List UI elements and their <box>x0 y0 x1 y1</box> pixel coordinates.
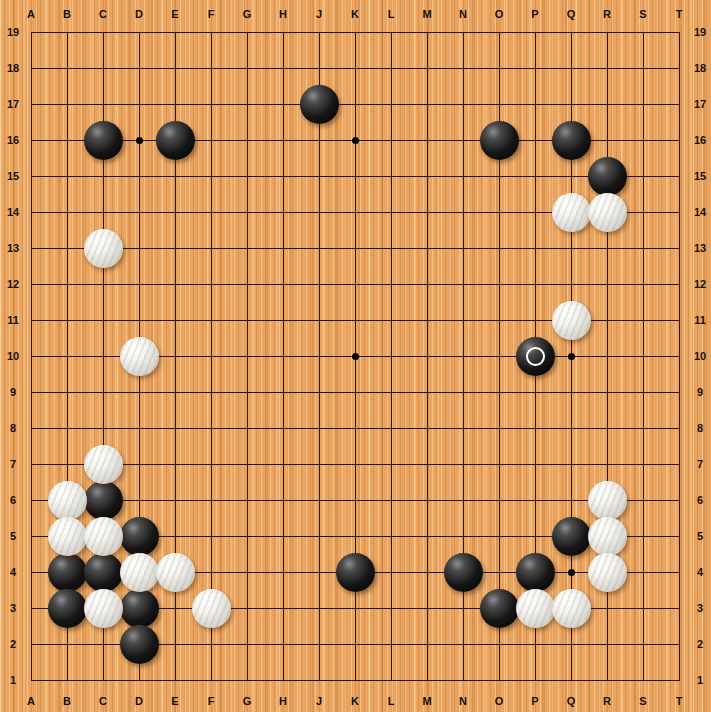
column-label-top: M <box>422 9 431 20</box>
column-label-top: P <box>531 9 538 20</box>
column-label-bottom: P <box>531 696 538 707</box>
row-label-left: 5 <box>10 531 16 542</box>
black-stone-O16 <box>480 121 519 160</box>
black-stone-Q16 <box>552 121 591 160</box>
column-label-bottom: J <box>316 696 322 707</box>
go-board[interactable]: AABBCCDDEEFFGGHHJJKKLLMMNNOOPPQQRRSSTT19… <box>0 0 711 712</box>
row-label-right: 12 <box>694 279 706 290</box>
column-label-bottom: R <box>603 696 611 707</box>
column-label-top: J <box>316 9 322 20</box>
row-label-right: 14 <box>694 207 706 218</box>
white-stone-D4 <box>120 553 159 592</box>
column-label-bottom: A <box>27 696 35 707</box>
column-label-top: K <box>351 9 359 20</box>
row-label-left: 10 <box>7 351 19 362</box>
row-label-left: 17 <box>7 99 19 110</box>
column-label-bottom: F <box>208 696 215 707</box>
star-point <box>352 137 359 144</box>
white-stone-E4 <box>156 553 195 592</box>
row-label-right: 11 <box>694 315 706 326</box>
black-stone-P4 <box>516 553 555 592</box>
row-label-right: 19 <box>694 27 706 38</box>
row-label-right: 4 <box>697 567 703 578</box>
column-label-top: N <box>459 9 467 20</box>
black-stone-C4 <box>84 553 123 592</box>
row-label-right: 16 <box>694 135 706 146</box>
row-label-left: 15 <box>7 171 19 182</box>
black-stone-J17 <box>300 85 339 124</box>
column-label-top: H <box>279 9 287 20</box>
black-stone-R15 <box>588 157 627 196</box>
row-label-left: 11 <box>7 315 19 326</box>
black-stone-P10 <box>516 337 555 376</box>
black-stone-K4 <box>336 553 375 592</box>
row-label-right: 9 <box>697 387 703 398</box>
row-label-left: 4 <box>10 567 16 578</box>
row-label-left: 8 <box>10 423 16 434</box>
column-label-top: G <box>243 9 252 20</box>
column-label-bottom: D <box>135 696 143 707</box>
black-stone-D3 <box>120 589 159 628</box>
row-label-left: 14 <box>7 207 19 218</box>
star-point <box>352 353 359 360</box>
white-stone-D10 <box>120 337 159 376</box>
row-label-right: 2 <box>697 639 703 650</box>
white-stone-F3 <box>192 589 231 628</box>
white-stone-Q11 <box>552 301 591 340</box>
column-label-top: A <box>27 9 35 20</box>
black-stone-N4 <box>444 553 483 592</box>
column-label-bottom: B <box>63 696 71 707</box>
white-stone-C7 <box>84 445 123 484</box>
last-move-marker <box>526 347 545 366</box>
column-label-top: D <box>135 9 143 20</box>
row-label-left: 3 <box>10 603 16 614</box>
row-label-right: 8 <box>697 423 703 434</box>
white-stone-Q14 <box>552 193 591 232</box>
column-label-top: L <box>388 9 395 20</box>
white-stone-B5 <box>48 517 87 556</box>
row-label-left: 12 <box>7 279 19 290</box>
column-label-bottom: S <box>639 696 646 707</box>
row-label-right: 10 <box>694 351 706 362</box>
white-stone-C13 <box>84 229 123 268</box>
white-stone-R14 <box>588 193 627 232</box>
white-stone-R4 <box>588 553 627 592</box>
black-stone-O3 <box>480 589 519 628</box>
column-label-bottom: N <box>459 696 467 707</box>
black-stone-E16 <box>156 121 195 160</box>
row-label-left: 6 <box>10 495 16 506</box>
column-label-bottom: M <box>422 696 431 707</box>
star-point <box>136 137 143 144</box>
white-stone-P3 <box>516 589 555 628</box>
column-label-top: E <box>171 9 178 20</box>
column-label-bottom: G <box>243 696 252 707</box>
black-stone-C6 <box>84 481 123 520</box>
row-label-right: 17 <box>694 99 706 110</box>
row-label-left: 1 <box>10 675 16 686</box>
column-label-top: T <box>676 9 683 20</box>
column-label-bottom: C <box>99 696 107 707</box>
star-point <box>568 569 575 576</box>
column-label-bottom: O <box>495 696 504 707</box>
white-stone-C3 <box>84 589 123 628</box>
row-label-right: 3 <box>697 603 703 614</box>
column-label-bottom: Q <box>567 696 576 707</box>
column-label-top: O <box>495 9 504 20</box>
column-label-top: Q <box>567 9 576 20</box>
row-label-left: 9 <box>10 387 16 398</box>
column-label-bottom: K <box>351 696 359 707</box>
column-label-bottom: L <box>388 696 395 707</box>
black-stone-C16 <box>84 121 123 160</box>
row-label-right: 18 <box>694 63 706 74</box>
row-label-left: 7 <box>10 459 16 470</box>
column-label-bottom: E <box>171 696 178 707</box>
black-stone-B3 <box>48 589 87 628</box>
column-label-top: C <box>99 9 107 20</box>
black-stone-B4 <box>48 553 87 592</box>
row-label-right: 6 <box>697 495 703 506</box>
column-label-top: B <box>63 9 71 20</box>
row-label-left: 16 <box>7 135 19 146</box>
white-stone-B6 <box>48 481 87 520</box>
row-label-right: 15 <box>694 171 706 182</box>
row-label-right: 13 <box>694 243 706 254</box>
column-label-bottom: H <box>279 696 287 707</box>
white-stone-C5 <box>84 517 123 556</box>
star-point <box>568 353 575 360</box>
white-stone-Q3 <box>552 589 591 628</box>
row-label-left: 19 <box>7 27 19 38</box>
row-label-left: 13 <box>7 243 19 254</box>
row-label-left: 2 <box>10 639 16 650</box>
row-label-left: 18 <box>7 63 19 74</box>
black-stone-D5 <box>120 517 159 556</box>
white-stone-R5 <box>588 517 627 556</box>
column-label-top: S <box>639 9 646 20</box>
row-label-right: 7 <box>697 459 703 470</box>
row-label-right: 1 <box>697 675 703 686</box>
black-stone-D2 <box>120 625 159 664</box>
column-label-top: F <box>208 9 215 20</box>
column-label-top: R <box>603 9 611 20</box>
column-label-bottom: T <box>676 696 683 707</box>
white-stone-R6 <box>588 481 627 520</box>
black-stone-Q5 <box>552 517 591 556</box>
row-label-right: 5 <box>697 531 703 542</box>
